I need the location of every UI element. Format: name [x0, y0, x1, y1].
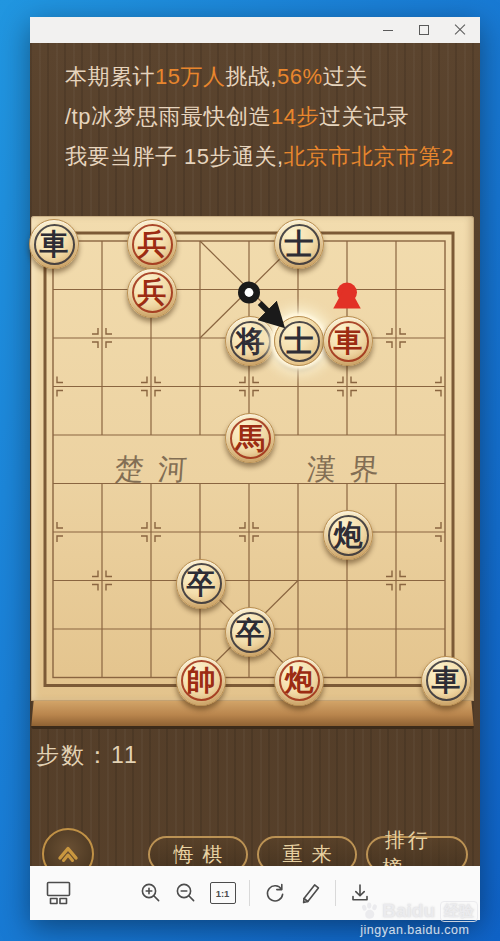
- zoom-in-icon[interactable]: [140, 882, 162, 904]
- piece-glyph: 車: [40, 230, 69, 259]
- step-counter-value: 11: [111, 742, 139, 768]
- maximize-icon[interactable]: [418, 24, 430, 36]
- river-label-left: 楚河: [114, 450, 203, 490]
- edit-pencil-icon[interactable]: [300, 882, 322, 904]
- board-front-edge: [31, 701, 474, 729]
- piece-red-horse[interactable]: 馬: [225, 413, 275, 463]
- piece-black-chariot[interactable]: 車: [421, 656, 471, 706]
- collection-icon[interactable]: [46, 881, 72, 905]
- minimize-icon[interactable]: [382, 24, 394, 36]
- watermark-url: jingyan.baidu.com: [360, 923, 478, 937]
- piece-glyph: 馬: [236, 424, 265, 453]
- piece-glyph: 兵: [138, 230, 167, 259]
- baidu-paw-icon: [360, 902, 380, 920]
- piece-glyph: 兵: [138, 278, 167, 307]
- stats-line: 本期累计15万人挑战,56%过关: [65, 57, 480, 97]
- piece-glyph: 車: [334, 327, 363, 356]
- piece-black-chariot[interactable]: 車: [29, 219, 79, 269]
- close-icon[interactable]: [454, 24, 466, 36]
- baidu-watermark: Baidu 经验 jingyan.baidu.com: [360, 900, 478, 937]
- title-bar: [30, 17, 480, 43]
- stats-line: /tp冰梦思雨最快创造14步过关记录: [65, 97, 480, 137]
- stats-segment: 挑战,: [225, 64, 277, 89]
- piece-glyph: 卒: [236, 618, 265, 647]
- stats-segment: /tp冰梦思雨最快创造: [65, 104, 271, 129]
- piece-red-general[interactable]: 帥: [176, 656, 226, 706]
- stats-segment: 15万人: [155, 64, 225, 89]
- double-chevron-up-icon: [53, 839, 83, 869]
- board-plate: 楚河 漢界 車兵士兵将士車馬炮卒卒帥炮車: [31, 216, 474, 701]
- desktop-background: 本期累计15万人挑战,56%过关/tp冰梦思雨最快创造14步过关记录我要当胖子 …: [0, 0, 500, 941]
- piece-black-soldier[interactable]: 卒: [225, 607, 275, 657]
- step-counter: 步数：11: [36, 740, 139, 771]
- piece-glyph: 車: [432, 666, 461, 695]
- piece-red-chariot[interactable]: 車: [323, 316, 373, 366]
- xiangqi-app: 本期累计15万人挑战,56%过关/tp冰梦思雨最快创造14步过关记录我要当胖子 …: [30, 43, 480, 920]
- stats-segment: 14步: [271, 104, 319, 129]
- piece-glyph: 士: [285, 230, 314, 259]
- stats-segment: 过关记录: [319, 104, 409, 129]
- toolbar-divider: [335, 880, 336, 906]
- piece-glyph: 炮: [334, 521, 363, 550]
- step-counter-label: 步数：: [36, 742, 111, 768]
- piece-glyph: 帥: [187, 666, 216, 695]
- zoom-out-icon[interactable]: [175, 882, 197, 904]
- piece-black-cannon[interactable]: 炮: [323, 510, 373, 560]
- piece-glyph: 卒: [187, 569, 216, 598]
- challenge-stats-header: 本期累计15万人挑战,56%过关/tp冰梦思雨最快创造14步过关记录我要当胖子 …: [30, 43, 480, 177]
- piece-black-advisor[interactable]: 士: [274, 219, 324, 269]
- watermark-suffix: 经验: [440, 901, 478, 922]
- watermark-brand: Baidu: [382, 900, 435, 922]
- stats-segment: 北京市北京市第2: [284, 144, 454, 169]
- piece-red-soldier[interactable]: 兵: [127, 268, 177, 318]
- piece-glyph: 士: [285, 327, 314, 356]
- piece-black-general[interactable]: 将: [225, 316, 275, 366]
- piece-red-cannon[interactable]: 炮: [274, 656, 324, 706]
- toolbar-divider: [249, 880, 250, 906]
- piece-black-advisor[interactable]: 士: [274, 316, 324, 366]
- stats-line: 我要当胖子 15步通关,北京市北京市第2: [65, 137, 480, 177]
- app-window: 本期累计15万人挑战,56%过关/tp冰梦思雨最快创造14步过关记录我要当胖子 …: [30, 17, 480, 920]
- piece-red-soldier[interactable]: 兵: [127, 219, 177, 269]
- actual-size-icon[interactable]: 1:1: [210, 882, 236, 904]
- piece-glyph: 将: [236, 327, 265, 356]
- stats-segment: 我要当胖子 15步通关,: [65, 144, 284, 169]
- river-label-right: 漢界: [306, 450, 395, 490]
- stats-segment: 56%: [277, 64, 323, 89]
- piece-glyph: 炮: [285, 666, 314, 695]
- rotate-icon[interactable]: [263, 882, 287, 904]
- stats-segment: 过关: [323, 64, 368, 89]
- stats-segment: 本期累计: [65, 64, 155, 89]
- xiangqi-board[interactable]: 楚河 漢界 車兵士兵将士車馬炮卒卒帥炮車: [31, 216, 474, 729]
- piece-black-soldier[interactable]: 卒: [176, 559, 226, 609]
